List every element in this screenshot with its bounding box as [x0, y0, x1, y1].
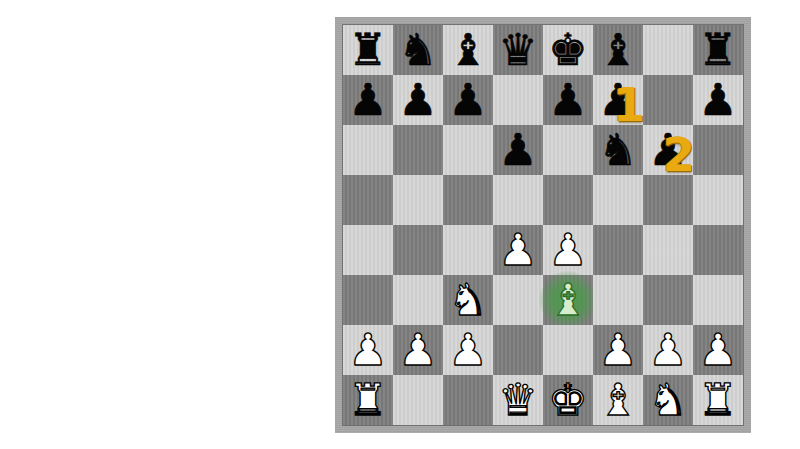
square-d5[interactable] [493, 175, 543, 225]
chess-board-squares: 1 2 ♜♞♝♛♚♝♜♟♟♟♟♟♟♟♞♟♟♟♞♝♟♟♟♟♟♟♜♛♚♝♞♜ [343, 25, 743, 425]
white-rook[interactable]: ♜ [343, 375, 393, 425]
square-d7[interactable] [493, 75, 543, 125]
square-c3[interactable]: ♞ [443, 275, 493, 325]
square-h6[interactable] [693, 125, 743, 175]
square-a2[interactable]: ♟ [343, 325, 393, 375]
square-f8[interactable]: ♝ [593, 25, 643, 75]
square-e7[interactable]: ♟ [543, 75, 593, 125]
black-pawn[interactable]: ♟ [493, 125, 543, 175]
square-c8[interactable]: ♝ [443, 25, 493, 75]
white-pawn[interactable]: ♟ [393, 325, 443, 375]
square-c7[interactable]: ♟ [443, 75, 493, 125]
white-pawn[interactable]: ♟ [593, 325, 643, 375]
square-b3[interactable] [393, 275, 443, 325]
black-bishop[interactable]: ♝ [593, 25, 643, 75]
square-a6[interactable] [343, 125, 393, 175]
square-h5[interactable] [693, 175, 743, 225]
square-h2[interactable]: ♟ [693, 325, 743, 375]
square-d3[interactable] [493, 275, 543, 325]
square-f3[interactable] [593, 275, 643, 325]
square-e2[interactable] [543, 325, 593, 375]
white-pawn[interactable]: ♟ [343, 325, 393, 375]
black-king[interactable]: ♚ [543, 25, 593, 75]
square-b8[interactable]: ♞ [393, 25, 443, 75]
square-e1[interactable]: ♚ [543, 375, 593, 425]
black-pawn[interactable]: ♟ [443, 75, 493, 125]
white-bishop[interactable]: ♝ [593, 375, 643, 425]
square-g3[interactable] [643, 275, 693, 325]
square-c4[interactable] [443, 225, 493, 275]
black-pawn[interactable]: ♟ [593, 75, 643, 125]
square-b7[interactable]: ♟ [393, 75, 443, 125]
black-pawn[interactable]: ♟ [393, 75, 443, 125]
square-b4[interactable] [393, 225, 443, 275]
white-knight[interactable]: ♞ [643, 375, 693, 425]
square-a1[interactable]: ♜ [343, 375, 393, 425]
chess-board: 1 2 ♜♞♝♛♚♝♜♟♟♟♟♟♟♟♞♟♟♟♞♝♟♟♟♟♟♟♜♛♚♝♞♜ [335, 17, 751, 433]
white-rook[interactable]: ♜ [693, 375, 743, 425]
black-pawn[interactable]: ♟ [543, 75, 593, 125]
square-g8[interactable] [643, 25, 693, 75]
square-h4[interactable] [693, 225, 743, 275]
square-g2[interactable]: ♟ [643, 325, 693, 375]
white-bishop[interactable]: ♝ [543, 275, 593, 325]
square-f6[interactable]: ♞ [593, 125, 643, 175]
black-rook[interactable]: ♜ [343, 25, 393, 75]
black-pawn[interactable]: ♟ [693, 75, 743, 125]
square-d6[interactable]: ♟ [493, 125, 543, 175]
square-b1[interactable] [393, 375, 443, 425]
square-a7[interactable]: ♟ [343, 75, 393, 125]
square-d1[interactable]: ♛ [493, 375, 543, 425]
square-a5[interactable] [343, 175, 393, 225]
square-h1[interactable]: ♜ [693, 375, 743, 425]
white-pawn[interactable]: ♟ [543, 225, 593, 275]
square-a8[interactable]: ♜ [343, 25, 393, 75]
white-queen[interactable]: ♛ [493, 375, 543, 425]
square-b6[interactable] [393, 125, 443, 175]
square-f4[interactable] [593, 225, 643, 275]
square-a3[interactable] [343, 275, 393, 325]
square-g1[interactable]: ♞ [643, 375, 693, 425]
white-pawn[interactable]: ♟ [443, 325, 493, 375]
square-f5[interactable] [593, 175, 643, 225]
square-h7[interactable]: ♟ [693, 75, 743, 125]
square-e8[interactable]: ♚ [543, 25, 593, 75]
square-b5[interactable] [393, 175, 443, 225]
square-c6[interactable] [443, 125, 493, 175]
square-g4[interactable] [643, 225, 693, 275]
black-bishop[interactable]: ♝ [443, 25, 493, 75]
square-a4[interactable] [343, 225, 393, 275]
white-pawn[interactable]: ♟ [643, 325, 693, 375]
black-knight[interactable]: ♞ [393, 25, 443, 75]
square-g5[interactable] [643, 175, 693, 225]
square-e5[interactable] [543, 175, 593, 225]
white-pawn[interactable]: ♟ [693, 325, 743, 375]
square-d2[interactable] [493, 325, 543, 375]
square-e3[interactable]: ♝ [543, 275, 593, 325]
square-f7[interactable]: ♟ [593, 75, 643, 125]
square-f1[interactable]: ♝ [593, 375, 643, 425]
square-h3[interactable] [693, 275, 743, 325]
square-e6[interactable] [543, 125, 593, 175]
white-knight[interactable]: ♞ [443, 275, 493, 325]
black-knight[interactable]: ♞ [593, 125, 643, 175]
square-e4[interactable]: ♟ [543, 225, 593, 275]
black-pawn[interactable]: ♟ [343, 75, 393, 125]
square-d8[interactable]: ♛ [493, 25, 543, 75]
black-pawn[interactable]: ♟ [643, 125, 693, 175]
square-b2[interactable]: ♟ [393, 325, 443, 375]
square-g6[interactable]: ♟ [643, 125, 693, 175]
square-d4[interactable]: ♟ [493, 225, 543, 275]
black-rook[interactable]: ♜ [693, 25, 743, 75]
black-queen[interactable]: ♛ [493, 25, 543, 75]
square-g7[interactable] [643, 75, 693, 125]
square-h8[interactable]: ♜ [693, 25, 743, 75]
square-c2[interactable]: ♟ [443, 325, 493, 375]
square-c5[interactable] [443, 175, 493, 225]
white-king[interactable]: ♚ [543, 375, 593, 425]
square-c1[interactable] [443, 375, 493, 425]
white-pawn[interactable]: ♟ [493, 225, 543, 275]
square-f2[interactable]: ♟ [593, 325, 643, 375]
